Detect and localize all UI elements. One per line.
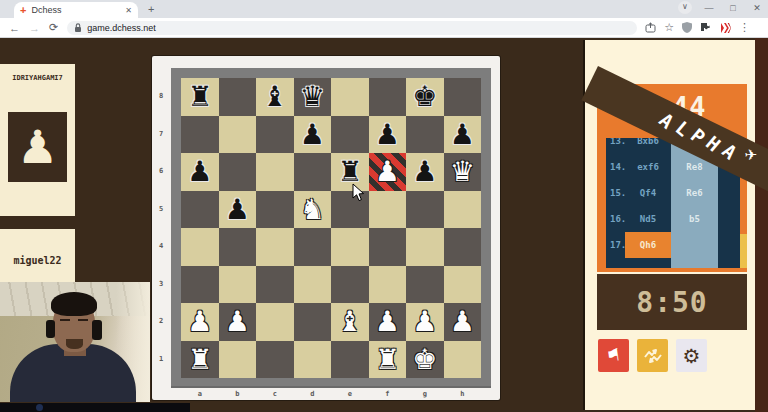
square-e3[interactable] (331, 266, 369, 304)
black-piece-d7: ♟ (300, 118, 325, 151)
board-container: ♜♝♛♚♟♟♟♟♜♟♟♛♟♞♟♟♝♟♟♟♜♜♚ 87654321 abcdefg… (152, 56, 500, 400)
square-a2[interactable]: ♟ (181, 303, 219, 341)
url-field[interactable]: game.dchess.net (67, 21, 637, 35)
move-list-scrollbar[interactable] (740, 234, 747, 268)
move-number: 15. (606, 180, 625, 206)
black-piece-c8: ♝ (262, 80, 287, 113)
square-a8[interactable]: ♜ (181, 78, 219, 116)
rank-label-1: 1 (154, 341, 168, 379)
rank-label-4: 4 (154, 228, 168, 266)
white-move[interactable]: Nd5 (625, 206, 671, 232)
square-e4[interactable] (331, 228, 369, 266)
square-f6[interactable]: ♟ (369, 153, 407, 191)
square-d4[interactable] (294, 228, 332, 266)
square-g3[interactable] (406, 266, 444, 304)
square-d2[interactable] (294, 303, 332, 341)
browser-tab[interactable]: + Dchess ✕ (14, 2, 138, 18)
square-a3[interactable] (181, 266, 219, 304)
white-piece-d5: ♞ (300, 193, 325, 226)
chess-board: ♜♝♛♚♟♟♟♟♜♟♟♛♟♞♟♟♝♟♟♟♜♜♚ (181, 78, 481, 378)
square-g6[interactable]: ♟ (406, 153, 444, 191)
new-tab-button[interactable]: + (148, 3, 154, 15)
settings-button[interactable]: ⚙ (676, 339, 707, 372)
white-piece-f2: ♟ (375, 305, 400, 338)
rank-label-5: 5 (154, 191, 168, 229)
rank-label-3: 3 (154, 266, 168, 304)
resign-flag-button[interactable]: ⚑ (598, 339, 629, 372)
white-piece-f1: ♜ (375, 343, 400, 376)
square-g5[interactable] (406, 191, 444, 229)
black-piece-g8: ♚ (412, 80, 437, 113)
square-a7[interactable] (181, 116, 219, 154)
hive-extension-icon[interactable] (719, 22, 731, 34)
reload-icon[interactable]: ⟳ (49, 21, 58, 34)
pawn-icon: ♟ (17, 124, 58, 170)
square-b4[interactable] (219, 228, 257, 266)
square-g7[interactable] (406, 116, 444, 154)
white-move[interactable]: Qf4 (625, 180, 671, 206)
minimize-button[interactable]: — (702, 3, 716, 13)
browser-tab-bar: + Dchess ✕ + ∨ — □ ✕ (0, 0, 768, 18)
square-d7[interactable]: ♟ (294, 116, 332, 154)
white-piece-a1: ♜ (187, 343, 212, 376)
square-f8[interactable] (369, 78, 407, 116)
white-move[interactable]: exf6 (625, 154, 671, 180)
square-b2[interactable]: ♟ (219, 303, 257, 341)
tab-close-icon[interactable]: ✕ (125, 6, 132, 15)
webcam-bottom-dot (36, 404, 43, 411)
square-c8[interactable]: ♝ (256, 78, 294, 116)
file-label-f: f (369, 390, 407, 402)
square-h8[interactable] (444, 78, 482, 116)
black-move[interactable]: Re6 (671, 180, 718, 206)
move-number: 13. (606, 138, 625, 154)
profile-chevron-icon[interactable]: ∨ (678, 1, 692, 14)
file-label-d: d (294, 390, 332, 402)
draw-arrows-icon (643, 347, 663, 365)
square-e2[interactable]: ♝ (331, 303, 369, 341)
square-a4[interactable] (181, 228, 219, 266)
move-number: 14. (606, 154, 625, 180)
square-f5[interactable] (369, 191, 407, 229)
square-h5[interactable] (444, 191, 482, 229)
close-button[interactable]: ✕ (750, 3, 764, 13)
file-label-e: e (331, 390, 369, 402)
square-e8[interactable] (331, 78, 369, 116)
webcam-person-goatee (66, 339, 83, 349)
file-label-b: b (219, 390, 257, 402)
board-frame: ♜♝♛♚♟♟♟♟♜♟♟♛♟♞♟♟♝♟♟♟♜♜♚ (171, 68, 491, 388)
webcam-bottom-bar (0, 403, 190, 412)
white-piece-f6: ♟ (375, 155, 400, 188)
square-a6[interactable]: ♟ (181, 153, 219, 191)
draw-offer-button[interactable] (637, 339, 668, 372)
square-b3[interactable] (219, 266, 257, 304)
square-f4[interactable] (369, 228, 407, 266)
file-label-h: h (444, 390, 482, 402)
headphone-left-icon (46, 320, 55, 338)
square-g4[interactable] (406, 228, 444, 266)
webcam-person-hair (51, 292, 97, 316)
square-b6[interactable] (219, 153, 257, 191)
square-d6[interactable] (294, 153, 332, 191)
square-b7[interactable] (219, 116, 257, 154)
square-a5[interactable] (181, 191, 219, 229)
rank-label-6: 6 (154, 153, 168, 191)
white-piece-g1: ♚ (412, 343, 437, 376)
square-f3[interactable] (369, 266, 407, 304)
player-clock-panel: 8:50 (597, 274, 747, 330)
square-h4[interactable] (444, 228, 482, 266)
extensions-puzzle-icon[interactable] (700, 22, 711, 33)
page-content: IDRIYAHGAMI7 ♟ miguel22 ♜♝♛ (0, 38, 768, 412)
webcam-video (0, 282, 150, 402)
back-icon[interactable]: ← (9, 22, 20, 34)
square-h1[interactable] (444, 341, 482, 379)
screen: + Dchess ✕ + ∨ — □ ✕ ← → ⟳ game.dchess.n… (0, 0, 768, 412)
window-controls: ∨ — □ ✕ (678, 1, 764, 14)
dchess-favicon-icon: + (20, 5, 26, 15)
rank-label-7: 7 (154, 116, 168, 154)
move-row-15: 15.Qf4Re6 (606, 180, 740, 206)
browser-menu-icon[interactable]: ⋮ (739, 21, 750, 34)
black-piece-a6: ♟ (187, 155, 212, 188)
square-b8[interactable] (219, 78, 257, 116)
forward-icon: → (29, 22, 40, 34)
square-f2[interactable]: ♟ (369, 303, 407, 341)
banner-letter: A (718, 139, 741, 163)
move-row-16: 16.Nd5b5 (606, 206, 740, 232)
file-label-c: c (256, 390, 294, 402)
black-piece-h7: ♟ (450, 118, 475, 151)
black-piece-a8: ♜ (187, 80, 212, 113)
url-text: game.dchess.net (87, 23, 156, 33)
black-move[interactable] (671, 232, 718, 258)
black-piece-f7: ♟ (375, 118, 400, 151)
square-c2[interactable] (256, 303, 294, 341)
rank-label-2: 2 (154, 303, 168, 341)
white-piece-h6: ♛ (450, 155, 475, 188)
black-piece-b5: ♟ (225, 193, 250, 226)
file-label-a: a (181, 390, 219, 402)
white-move[interactable]: Qh6 (625, 232, 671, 258)
square-h6[interactable]: ♛ (444, 153, 482, 191)
opponent-card: IDRIYAHGAMI7 ♟ (0, 64, 75, 216)
square-f1[interactable]: ♜ (369, 341, 407, 379)
square-c6[interactable] (256, 153, 294, 191)
square-g1[interactable]: ♚ (406, 341, 444, 379)
webcam-person-brow (78, 319, 88, 321)
rank-label-8: 8 (154, 78, 168, 116)
square-h2[interactable]: ♟ (444, 303, 482, 341)
square-c5[interactable] (256, 191, 294, 229)
square-g2[interactable]: ♟ (406, 303, 444, 341)
square-c3[interactable] (256, 266, 294, 304)
move-number: 16. (606, 206, 625, 232)
player-clock: 8:50 (636, 286, 707, 319)
headphone-right-icon (92, 320, 102, 340)
white-piece-h2: ♟ (450, 305, 475, 338)
share-icon[interactable] (645, 22, 656, 33)
square-e1[interactable] (331, 341, 369, 379)
square-d1[interactable] (294, 341, 332, 379)
page-right-edge (755, 38, 768, 412)
square-f7[interactable]: ♟ (369, 116, 407, 154)
square-e7[interactable] (331, 116, 369, 154)
opponent-avatar: ♟ (8, 112, 67, 182)
move-number: 17. (606, 232, 625, 258)
white-piece-e2: ♝ (337, 305, 362, 338)
webcam-person-brow (60, 319, 70, 321)
tab-title: Dchess (31, 5, 120, 15)
opponent-name: IDRIYAHGAMI7 (0, 74, 75, 82)
square-c1[interactable] (256, 341, 294, 379)
square-b1[interactable] (219, 341, 257, 379)
black-move[interactable]: b5 (671, 206, 718, 232)
bookmark-star-icon[interactable]: ☆ (664, 21, 674, 34)
browser-address-bar: ← → ⟳ game.dchess.net ☆ ⋮ (0, 18, 768, 38)
square-b5[interactable]: ♟ (219, 191, 257, 229)
square-d5[interactable]: ♞ (294, 191, 332, 229)
player-name: miguel22 (0, 255, 75, 266)
white-piece-a2: ♟ (187, 305, 212, 338)
plane-icon: ✈ (744, 146, 757, 164)
square-c7[interactable] (256, 116, 294, 154)
shield-icon[interactable] (682, 22, 692, 33)
black-piece-d8: ♛ (300, 80, 325, 113)
white-piece-g2: ♟ (412, 305, 437, 338)
mouse-cursor (352, 183, 365, 206)
black-piece-g6: ♟ (412, 155, 437, 188)
move-row-17: 17.Qh6 (606, 232, 740, 258)
gear-icon: ⚙ (683, 344, 701, 368)
square-h3[interactable] (444, 266, 482, 304)
square-g8[interactable]: ♚ (406, 78, 444, 116)
square-c4[interactable] (256, 228, 294, 266)
maximize-button[interactable]: □ (726, 3, 740, 13)
white-piece-b2: ♟ (225, 305, 250, 338)
square-d8[interactable]: ♛ (294, 78, 332, 116)
flag-icon: ⚑ (604, 344, 622, 367)
square-a1[interactable]: ♜ (181, 341, 219, 379)
square-h7[interactable]: ♟ (444, 116, 482, 154)
square-d3[interactable] (294, 266, 332, 304)
file-label-g: g (406, 390, 444, 402)
lock-icon (74, 23, 82, 33)
